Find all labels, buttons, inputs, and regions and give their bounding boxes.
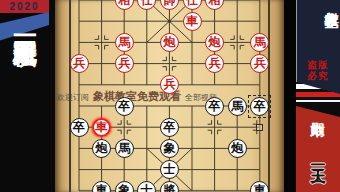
channel-name: 象棋教室 bbox=[309, 1, 340, 3]
board-piece-black-卒[interactable]: 卒 bbox=[250, 97, 269, 116]
board-piece-red-車[interactable]: 車 bbox=[92, 118, 111, 137]
board-piece-black-卒[interactable]: 卒 bbox=[115, 97, 134, 116]
board-piece-red-車[interactable]: 車 bbox=[183, 12, 202, 31]
board-piece-black-象[interactable]: 象 bbox=[160, 139, 179, 158]
board-piece-red-馬[interactable]: 馬 bbox=[115, 33, 134, 52]
board-piece-red-兵[interactable]: 兵 bbox=[70, 54, 89, 73]
board-piece-black-馬[interactable]: 馬 bbox=[115, 139, 134, 158]
board-piece-black-炮[interactable]: 炮 bbox=[228, 139, 247, 158]
board-piece-red-炮[interactable]: 炮 bbox=[205, 33, 224, 52]
right-channel-banner: 象棋教室 盗版 必究 刘殿中 王天一 bbox=[296, 0, 340, 192]
host-name: 刘殿中 bbox=[310, 110, 326, 113]
video-frame: 2020 王天一夺冠棋路 欢迎订阅 象棋教室免费观看 全部视频 相仕帥仕相車馬炮… bbox=[0, 0, 340, 192]
board-piece-black-馬[interactable]: 馬 bbox=[228, 97, 247, 116]
series-title: 王天一夺冠棋路 bbox=[0, 23, 50, 192]
board-piece-black-象[interactable]: 象 bbox=[115, 181, 134, 192]
board-piece-black-卒[interactable]: 卒 bbox=[160, 118, 179, 137]
board-piece-black-士[interactable]: 士 bbox=[160, 160, 179, 179]
board-piece-red-兵[interactable]: 兵 bbox=[115, 54, 134, 73]
board-piece-red-炮[interactable]: 炮 bbox=[160, 33, 179, 52]
year-badge: 2020 bbox=[0, 0, 49, 13]
board-piece-black-卒[interactable]: 卒 bbox=[205, 97, 224, 116]
year-text: 2020 bbox=[9, 1, 39, 12]
board-piece-black-車[interactable]: 車 bbox=[92, 181, 111, 192]
board-piece-black-卒[interactable]: 卒 bbox=[70, 118, 89, 137]
board-piece-black-將[interactable]: 將 bbox=[160, 181, 179, 192]
xiangqi-board: 欢迎订阅 象棋教室免费观看 全部视频 相仕帥仕相車馬炮炮馬兵兵兵兵兵車卒卒馬卒卒… bbox=[55, 0, 284, 192]
piracy-warning-2: 必究 bbox=[296, 70, 340, 83]
left-title-banner: 2020 王天一夺冠棋路 bbox=[0, 0, 55, 192]
last-move-from-marker bbox=[256, 124, 263, 131]
board-piece-black-炮[interactable]: 炮 bbox=[92, 139, 111, 158]
watermark-prefix: 欢迎订阅 bbox=[57, 93, 89, 102]
